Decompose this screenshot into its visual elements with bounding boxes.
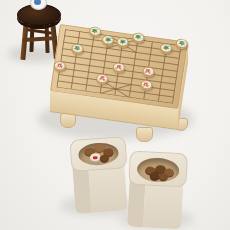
piece-glyph: 兵 xyxy=(143,80,150,88)
pieces-layer: 卒卒卒卒卒卒卒兵兵兵兵兵 xyxy=(57,29,182,103)
piece-glyph: 兵 xyxy=(56,62,63,70)
piece-glyph: 卒 xyxy=(178,39,185,47)
piece-glyph: 兵 xyxy=(99,74,106,82)
xiangqi-piece-red[interactable]: 兵 xyxy=(139,79,152,90)
piece-glyph: 卒 xyxy=(74,44,81,52)
scene: 卒卒卒卒卒卒卒兵兵兵兵兵 xyxy=(0,0,230,230)
piece-glyph: 兵 xyxy=(115,63,122,71)
xiangqi-piece-green[interactable]: 卒 xyxy=(132,32,145,43)
piece-glyph: 卒 xyxy=(105,35,112,43)
piece-glyph: 卒 xyxy=(119,38,126,46)
piece-glyph: 卒 xyxy=(91,27,98,35)
xiangqi-piece-red[interactable]: 兵 xyxy=(96,73,109,84)
xiangqi-piece-green[interactable]: 卒 xyxy=(175,38,188,49)
xiangqi-piece-green[interactable]: 卒 xyxy=(116,36,129,47)
cup-bore xyxy=(78,142,119,167)
xiangqi-piece-green[interactable]: 卒 xyxy=(88,26,101,37)
spare-piece xyxy=(100,154,110,162)
piece-glyph: 卒 xyxy=(135,33,142,41)
cup-bore xyxy=(136,157,179,183)
xiangqi-piece-green[interactable]: 卒 xyxy=(102,34,115,45)
piece-glyph: 兵 xyxy=(144,67,151,75)
piece-red-mark xyxy=(93,156,98,160)
spare-piece xyxy=(159,173,168,181)
xiangqi-piece-red[interactable]: 兵 xyxy=(112,62,125,73)
xiangqi-piece-red[interactable]: 兵 xyxy=(53,60,66,71)
cup-top xyxy=(69,136,127,172)
piece-cup-left[interactable] xyxy=(69,136,130,216)
piece-glyph: 卒 xyxy=(163,44,170,52)
cup-top xyxy=(128,151,188,188)
xiangqi-piece-red[interactable]: 兵 xyxy=(141,66,154,77)
piece-cup-right[interactable] xyxy=(126,151,188,230)
xiangqi-piece-green[interactable]: 卒 xyxy=(160,42,173,53)
board-foot xyxy=(136,127,153,142)
xiangqi-piece-green[interactable]: 卒 xyxy=(71,43,84,54)
teacup-blue-pattern xyxy=(34,0,41,5)
